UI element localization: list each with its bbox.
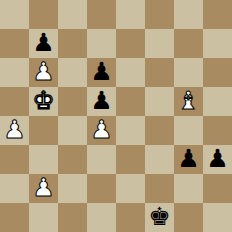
square-c1[interactable] [58, 203, 87, 232]
square-b4[interactable] [29, 116, 58, 145]
piece-white-pawn[interactable]: ♟ [32, 58, 54, 86]
square-d1[interactable] [87, 203, 116, 232]
square-a6[interactable] [0, 58, 29, 87]
square-g3[interactable]: ♟ [174, 145, 203, 174]
square-f7[interactable] [145, 29, 174, 58]
square-d5[interactable]: ♟ [87, 87, 116, 116]
piece-black-pawn[interactable]: ♟ [206, 145, 228, 173]
square-b5[interactable]: ♚ [29, 87, 58, 116]
square-g6[interactable] [174, 58, 203, 87]
square-c7[interactable] [58, 29, 87, 58]
square-a8[interactable] [0, 0, 29, 29]
square-e3[interactable] [116, 145, 145, 174]
square-g7[interactable] [174, 29, 203, 58]
square-f1[interactable]: ♚ [145, 203, 174, 232]
square-d4[interactable]: ♟ [87, 116, 116, 145]
square-a4[interactable]: ♟ [0, 116, 29, 145]
square-g1[interactable] [174, 203, 203, 232]
square-h2[interactable] [203, 174, 232, 203]
square-h7[interactable] [203, 29, 232, 58]
square-a2[interactable] [0, 174, 29, 203]
piece-black-king[interactable]: ♚ [148, 203, 170, 231]
piece-black-pawn[interactable]: ♟ [90, 58, 112, 86]
square-h3[interactable]: ♟ [203, 145, 232, 174]
square-e1[interactable] [116, 203, 145, 232]
piece-black-pawn[interactable]: ♟ [32, 29, 54, 57]
square-a3[interactable] [0, 145, 29, 174]
square-c4[interactable] [58, 116, 87, 145]
piece-white-king[interactable]: ♚ [32, 87, 54, 115]
square-f2[interactable] [145, 174, 174, 203]
square-b3[interactable] [29, 145, 58, 174]
piece-white-pawn[interactable]: ♟ [3, 116, 25, 144]
square-h6[interactable] [203, 58, 232, 87]
square-d7[interactable] [87, 29, 116, 58]
piece-black-pawn[interactable]: ♟ [90, 87, 112, 115]
piece-white-bishop[interactable]: ♝ [177, 87, 199, 115]
square-c5[interactable] [58, 87, 87, 116]
square-a1[interactable] [0, 203, 29, 232]
square-f3[interactable] [145, 145, 174, 174]
square-d3[interactable] [87, 145, 116, 174]
square-c2[interactable] [58, 174, 87, 203]
square-c3[interactable] [58, 145, 87, 174]
square-b8[interactable] [29, 0, 58, 29]
square-e2[interactable] [116, 174, 145, 203]
square-e7[interactable] [116, 29, 145, 58]
square-d8[interactable] [87, 0, 116, 29]
square-g2[interactable] [174, 174, 203, 203]
square-b1[interactable] [29, 203, 58, 232]
piece-white-pawn[interactable]: ♟ [32, 174, 54, 202]
square-h4[interactable] [203, 116, 232, 145]
square-c8[interactable] [58, 0, 87, 29]
square-e8[interactable] [116, 0, 145, 29]
square-h8[interactable] [203, 0, 232, 29]
piece-white-pawn[interactable]: ♟ [90, 116, 112, 144]
chess-board: ♟♟♟♚♟♝♟♟♟♟♟♚ [0, 0, 232, 232]
square-e4[interactable] [116, 116, 145, 145]
square-g8[interactable] [174, 0, 203, 29]
square-h5[interactable] [203, 87, 232, 116]
square-a7[interactable] [0, 29, 29, 58]
square-f8[interactable] [145, 0, 174, 29]
square-d6[interactable]: ♟ [87, 58, 116, 87]
piece-black-pawn[interactable]: ♟ [177, 145, 199, 173]
square-a5[interactable] [0, 87, 29, 116]
square-b2[interactable]: ♟ [29, 174, 58, 203]
square-h1[interactable] [203, 203, 232, 232]
square-f6[interactable] [145, 58, 174, 87]
square-f5[interactable] [145, 87, 174, 116]
square-d2[interactable] [87, 174, 116, 203]
square-b6[interactable]: ♟ [29, 58, 58, 87]
square-e5[interactable] [116, 87, 145, 116]
square-g4[interactable] [174, 116, 203, 145]
square-c6[interactable] [58, 58, 87, 87]
square-f4[interactable] [145, 116, 174, 145]
square-g5[interactable]: ♝ [174, 87, 203, 116]
square-b7[interactable]: ♟ [29, 29, 58, 58]
square-e6[interactable] [116, 58, 145, 87]
